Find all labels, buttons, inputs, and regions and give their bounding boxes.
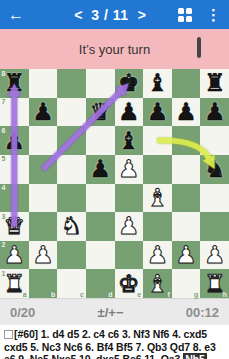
square-f7[interactable]: ♟ [143, 98, 172, 127]
square-a6[interactable]: 6♟ [0, 126, 29, 155]
square-g3[interactable] [172, 212, 201, 241]
piece-black-bishop: ♝ [143, 69, 172, 98]
square-c6[interactable] [57, 126, 86, 155]
timer: 00:12 [186, 305, 219, 320]
file-label: c [80, 291, 84, 298]
square-e4[interactable] [115, 184, 144, 213]
square-e1[interactable]: e♚ [115, 269, 144, 298]
square-d1[interactable]: d [86, 269, 115, 298]
square-e2[interactable] [115, 241, 144, 270]
piece-white-bishop: ♝ [143, 269, 172, 298]
square-d6[interactable] [86, 126, 115, 155]
puzzle-counter: 3 / 11 [91, 7, 128, 23]
square-g4[interactable] [172, 184, 201, 213]
square-h2[interactable]: ♟ [200, 241, 229, 270]
piece-black-bishop: ♝ [115, 126, 144, 155]
square-a2[interactable]: 2♟ [0, 241, 29, 270]
square-b1[interactable]: b [29, 269, 58, 298]
square-f4[interactable]: ♝ [143, 184, 172, 213]
square-d7[interactable]: ♛ [86, 98, 115, 127]
square-e5[interactable]: ♟ [115, 155, 144, 184]
puzzle-pager: < 3 / 11 > [42, 7, 178, 23]
rank-label: 5 [2, 155, 6, 162]
piece-black-pawn: ♟ [86, 155, 115, 184]
piece-black-knight: ♞ [200, 155, 229, 184]
square-h3[interactable] [200, 212, 229, 241]
chess-board: 8♜♚♝♜7♟♛♟♟♟♟6♟♝5♟♟♞4♝3♛♞♟2♟♟♟♟♟1a♜bcde♚f… [0, 69, 229, 298]
computer-opponent-icon [197, 39, 221, 58]
square-b5[interactable] [29, 155, 58, 184]
square-b6[interactable] [29, 126, 58, 155]
piece-white-pawn: ♟ [29, 241, 58, 270]
piece-white-knight: ♞ [57, 212, 86, 241]
puzzle-list-grid-icon[interactable] [178, 8, 192, 22]
square-g2[interactable]: ♟ [172, 241, 201, 270]
square-d3[interactable] [86, 212, 115, 241]
square-f6[interactable] [143, 126, 172, 155]
back-arrow-icon[interactable]: ← [8, 6, 42, 24]
piece-white-king: ♚ [115, 269, 144, 298]
piece-white-pawn: ♟ [0, 241, 29, 270]
square-g7[interactable]: ♟ [172, 98, 201, 127]
square-g1[interactable]: g [172, 269, 201, 298]
piece-white-pawn: ♟ [172, 241, 201, 270]
square-h7[interactable]: ♟ [200, 98, 229, 127]
square-g5[interactable] [172, 155, 201, 184]
square-b2[interactable]: ♟ [29, 241, 58, 270]
square-b3[interactable] [29, 212, 58, 241]
square-c2[interactable] [57, 241, 86, 270]
square-a4[interactable]: 4 [0, 184, 29, 213]
square-c4[interactable] [57, 184, 86, 213]
piece-black-pawn: ♟ [115, 98, 144, 127]
square-d4[interactable] [86, 184, 115, 213]
square-g6[interactable] [172, 126, 201, 155]
square-e3[interactable]: ♟ [115, 212, 144, 241]
status-bar: 0/20 ±/+− 00:12 [0, 298, 229, 325]
square-h1[interactable]: h♜ [200, 269, 229, 298]
piece-white-pawn: ♟ [143, 241, 172, 270]
next-puzzle-icon[interactable]: > [138, 8, 146, 22]
white-to-move-icon [4, 330, 13, 339]
square-a5[interactable]: 5 [0, 155, 29, 184]
square-e7[interactable]: ♟ [115, 98, 144, 127]
file-label: g [194, 291, 198, 298]
square-d8[interactable] [86, 69, 115, 98]
square-h8[interactable]: ♜ [200, 69, 229, 98]
square-g8[interactable] [172, 69, 201, 98]
piece-white-pawn: ♟ [115, 212, 144, 241]
top-bar: ← < 3 / 11 > ⋮ [0, 0, 229, 29]
game-number: [#60] [14, 328, 38, 340]
piece-black-king: ♚ [115, 69, 144, 98]
square-c1[interactable]: c [57, 269, 86, 298]
piece-white-pawn: ♟ [115, 155, 144, 184]
square-d5[interactable]: ♟ [86, 155, 115, 184]
piece-black-pawn: ♟ [29, 98, 58, 127]
square-b7[interactable]: ♟ [29, 98, 58, 127]
piece-black-pawn: ♟ [0, 126, 29, 155]
piece-white-pawn: ♟ [200, 241, 229, 270]
file-label: b [51, 291, 55, 298]
square-f1[interactable]: f♝ [143, 269, 172, 298]
square-c5[interactable] [57, 155, 86, 184]
rank-label: 7 [2, 98, 6, 105]
piece-white-queen: ♛ [0, 212, 29, 241]
square-a1[interactable]: 1a♜ [0, 269, 29, 298]
square-h4[interactable] [200, 184, 229, 213]
square-d2[interactable] [86, 241, 115, 270]
piece-black-rook: ♜ [0, 69, 29, 98]
square-h6[interactable] [200, 126, 229, 155]
piece-black-pawn: ♟ [172, 98, 201, 127]
square-f3[interactable] [143, 212, 172, 241]
square-e8[interactable]: ♚ [115, 69, 144, 98]
current-move[interactable]: Nh5 [183, 353, 207, 359]
square-c8[interactable] [57, 69, 86, 98]
turn-banner: It’s your turn [0, 29, 229, 69]
square-f2[interactable]: ♟ [143, 241, 172, 270]
square-c7[interactable] [57, 98, 86, 127]
piece-white-rook: ♜ [200, 269, 229, 298]
evaluation-label: ±/+− [98, 305, 124, 320]
turn-banner-text: It’s your turn [79, 42, 150, 57]
piece-black-rook: ♜ [200, 69, 229, 98]
square-a3[interactable]: 3♛ [0, 212, 29, 241]
move-notation[interactable]: [#60] 1. d4 d5 2. c4 c6 3. Nf3 Nf6 4. cx… [0, 325, 229, 359]
square-a8[interactable]: 8♜ [0, 69, 29, 98]
piece-black-pawn: ♟ [143, 98, 172, 127]
piece-white-rook: ♜ [0, 269, 29, 298]
square-f8[interactable]: ♝ [143, 69, 172, 98]
overflow-menu-icon[interactable]: ⋮ [206, 7, 221, 22]
square-f5[interactable] [143, 155, 172, 184]
square-b8[interactable] [29, 69, 58, 98]
piece-black-queen: ♛ [86, 98, 115, 127]
square-h5[interactable]: ♞ [200, 155, 229, 184]
rank-label: 4 [2, 184, 6, 191]
square-e6[interactable]: ♝ [115, 126, 144, 155]
piece-black-pawn: ♟ [200, 98, 229, 127]
square-a7[interactable]: 7 [0, 98, 29, 127]
piece-white-bishop: ♝ [143, 184, 172, 213]
square-b4[interactable] [29, 184, 58, 213]
file-label: d [108, 291, 112, 298]
score-counter: 0/20 [10, 305, 35, 320]
square-c3[interactable]: ♞ [57, 212, 86, 241]
prev-puzzle-icon[interactable]: < [74, 8, 82, 22]
